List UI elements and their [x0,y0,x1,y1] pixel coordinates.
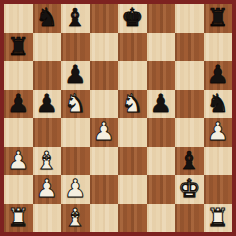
square-f3[interactable] [147,147,176,176]
square-a5[interactable]: ♟ [4,90,33,119]
square-g3[interactable]: ♝ [175,147,204,176]
piece-black-bishop: ♝ [178,147,200,175]
square-c2[interactable]: ♟ [61,175,90,204]
piece-black-knight: ♞ [207,90,229,118]
square-b2[interactable]: ♟ [33,175,62,204]
square-h5[interactable]: ♞ [204,90,233,119]
piece-white-rook: ♜ [207,204,229,232]
square-g5[interactable] [175,90,204,119]
square-a1[interactable]: ♜ [4,204,33,233]
square-g8[interactable] [175,4,204,33]
chess-board-frame: ♞♝♚♜♜♟♟♟♟♞♞♟♞♟♟♟♝♝♟♟♚♜♝♜ [0,0,236,236]
piece-black-pawn: ♟ [64,61,86,89]
square-a2[interactable] [4,175,33,204]
square-b7[interactable] [33,33,62,62]
piece-black-rook: ♜ [207,4,229,32]
square-b6[interactable] [33,61,62,90]
square-d1[interactable] [90,204,119,233]
piece-white-rook: ♜ [7,204,29,232]
square-a6[interactable] [4,61,33,90]
square-h8[interactable]: ♜ [204,4,233,33]
square-e5[interactable]: ♞ [118,90,147,119]
piece-white-pawn: ♟ [64,175,86,203]
square-c5[interactable]: ♞ [61,90,90,119]
square-f1[interactable] [147,204,176,233]
piece-white-pawn: ♟ [7,147,29,175]
square-a4[interactable] [4,118,33,147]
piece-white-pawn: ♟ [36,175,58,203]
square-a8[interactable] [4,4,33,33]
square-e6[interactable] [118,61,147,90]
square-c4[interactable] [61,118,90,147]
piece-black-pawn: ♟ [36,90,58,118]
square-f8[interactable] [147,4,176,33]
piece-white-bishop: ♝ [36,147,58,175]
square-b8[interactable]: ♞ [33,4,62,33]
square-e2[interactable] [118,175,147,204]
piece-black-king: ♚ [121,4,143,32]
piece-black-bishop: ♝ [64,4,86,32]
square-b3[interactable]: ♝ [33,147,62,176]
square-f5[interactable]: ♟ [147,90,176,119]
piece-white-pawn: ♟ [207,118,229,146]
piece-black-pawn: ♟ [7,90,29,118]
square-d4[interactable]: ♟ [90,118,119,147]
square-h7[interactable] [204,33,233,62]
square-g6[interactable] [175,61,204,90]
chess-board: ♞♝♚♜♜♟♟♟♟♞♞♟♞♟♟♟♝♝♟♟♚♜♝♜ [4,4,232,232]
square-e4[interactable] [118,118,147,147]
piece-black-rook: ♜ [7,33,29,61]
piece-white-pawn: ♟ [93,118,115,146]
square-c6[interactable]: ♟ [61,61,90,90]
square-h4[interactable]: ♟ [204,118,233,147]
square-c1[interactable]: ♝ [61,204,90,233]
piece-white-king: ♚ [178,175,200,203]
square-g1[interactable] [175,204,204,233]
square-d5[interactable] [90,90,119,119]
square-g7[interactable] [175,33,204,62]
piece-black-pawn: ♟ [207,61,229,89]
square-b4[interactable] [33,118,62,147]
square-f4[interactable] [147,118,176,147]
square-d8[interactable] [90,4,119,33]
square-h3[interactable] [204,147,233,176]
square-h1[interactable]: ♜ [204,204,233,233]
square-c7[interactable] [61,33,90,62]
square-f7[interactable] [147,33,176,62]
piece-white-knight: ♞ [64,90,86,118]
square-d6[interactable] [90,61,119,90]
square-e8[interactable]: ♚ [118,4,147,33]
square-e7[interactable] [118,33,147,62]
square-b1[interactable] [33,204,62,233]
piece-black-knight: ♞ [36,4,58,32]
square-c8[interactable]: ♝ [61,4,90,33]
piece-black-pawn: ♟ [150,90,172,118]
square-a3[interactable]: ♟ [4,147,33,176]
square-f2[interactable] [147,175,176,204]
square-f6[interactable] [147,61,176,90]
square-d2[interactable] [90,175,119,204]
piece-white-knight: ♞ [121,90,143,118]
square-c3[interactable] [61,147,90,176]
square-e3[interactable] [118,147,147,176]
square-b5[interactable]: ♟ [33,90,62,119]
square-e1[interactable] [118,204,147,233]
square-d3[interactable] [90,147,119,176]
square-h2[interactable] [204,175,233,204]
square-h6[interactable]: ♟ [204,61,233,90]
square-a7[interactable]: ♜ [4,33,33,62]
square-g4[interactable] [175,118,204,147]
square-d7[interactable] [90,33,119,62]
piece-white-bishop: ♝ [64,204,86,232]
square-g2[interactable]: ♚ [175,175,204,204]
